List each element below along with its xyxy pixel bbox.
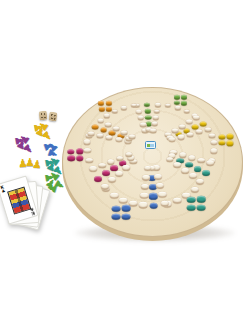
court-card-art xyxy=(7,186,31,214)
board-hole[interactable] xyxy=(142,175,150,181)
board-hole[interactable] xyxy=(89,166,97,172)
board-hole[interactable] xyxy=(97,119,104,124)
peg-yellow[interactable] xyxy=(191,125,198,130)
peg-teal[interactable] xyxy=(202,170,210,176)
peg-teal[interactable] xyxy=(185,162,193,168)
peg-yellow[interactable] xyxy=(200,121,207,126)
board-hole[interactable] xyxy=(175,106,181,111)
board-hole[interactable] xyxy=(131,104,137,109)
board-hole[interactable] xyxy=(139,202,148,209)
peg-teal[interactable] xyxy=(194,166,202,172)
board-hole[interactable] xyxy=(210,149,217,155)
peg-blue[interactable] xyxy=(122,213,131,220)
board-hole[interactable] xyxy=(119,197,128,203)
board-hole[interactable] xyxy=(125,152,132,158)
board-hole[interactable] xyxy=(115,171,123,177)
board-hole[interactable] xyxy=(108,177,116,183)
board-hole[interactable] xyxy=(173,198,182,204)
board-hole[interactable] xyxy=(189,173,197,179)
card-corner-index: K ♣ xyxy=(28,205,35,215)
board-hole[interactable] xyxy=(144,166,152,172)
pawn-purple[interactable]: ♟ xyxy=(21,142,35,156)
board-hole[interactable] xyxy=(205,127,212,132)
peg-orange[interactable] xyxy=(100,128,107,133)
board-hole[interactable] xyxy=(166,157,174,163)
peg-blue[interactable] xyxy=(149,202,158,209)
peg-orange[interactable] xyxy=(98,101,104,106)
peg-green[interactable] xyxy=(181,101,187,106)
peg-orange[interactable] xyxy=(91,125,98,130)
board-hole[interactable] xyxy=(105,123,112,128)
peg-orange[interactable] xyxy=(106,101,112,106)
board-hole[interactable] xyxy=(111,109,117,114)
peg-orange[interactable] xyxy=(105,107,111,112)
board-hole[interactable] xyxy=(197,158,205,164)
peg-blue[interactable] xyxy=(112,213,121,220)
peg-blue[interactable] xyxy=(149,193,158,199)
board-hole[interactable] xyxy=(107,159,115,165)
wooden-die[interactable] xyxy=(49,112,58,121)
board-hole[interactable] xyxy=(179,153,187,159)
board-hole[interactable] xyxy=(103,114,110,119)
peg-green[interactable] xyxy=(144,109,150,114)
board-hole[interactable] xyxy=(206,161,214,167)
peg-blue[interactable] xyxy=(122,205,131,212)
peg-teal[interactable] xyxy=(197,196,206,202)
card-stack[interactable]: K ♣ K ♣ xyxy=(0,176,50,230)
peg-magenta[interactable] xyxy=(102,170,110,176)
peg-green[interactable] xyxy=(145,115,152,120)
pawn-yellow[interactable]: ♟ xyxy=(32,160,43,171)
board-hole[interactable] xyxy=(154,174,162,180)
board-hole[interactable] xyxy=(153,115,160,120)
product-photo-scene: ♟♟♟♟♟♟♟♟♟♟♟♟♟♟♟♟♟♟♟♟♟♟♟ K ♣ K ♣ xyxy=(0,0,246,325)
board-hole[interactable] xyxy=(196,179,204,185)
board-hole[interactable] xyxy=(196,130,203,135)
board-hole[interactable] xyxy=(154,109,160,114)
board-hole[interactable] xyxy=(150,128,157,133)
board-hole[interactable] xyxy=(172,128,179,133)
board-hole[interactable] xyxy=(116,156,124,162)
board-hole[interactable] xyxy=(98,163,106,169)
peg-green[interactable] xyxy=(181,95,187,100)
board-hole[interactable] xyxy=(173,162,181,168)
board-hole[interactable] xyxy=(186,120,193,125)
board-hole[interactable] xyxy=(179,124,186,129)
board-hole[interactable] xyxy=(138,116,145,121)
board-hole[interactable] xyxy=(140,122,147,127)
board-hole[interactable] xyxy=(188,155,196,161)
peg-teal[interactable] xyxy=(187,204,196,211)
board-hole[interactable] xyxy=(120,130,127,135)
board-hole[interactable] xyxy=(85,158,93,164)
board-hole[interactable] xyxy=(113,126,120,131)
brand-logo xyxy=(145,141,156,149)
board-hole[interactable] xyxy=(135,110,141,115)
peg-magenta[interactable] xyxy=(76,148,83,154)
board-hole[interactable] xyxy=(165,104,171,109)
board-hole[interactable] xyxy=(122,165,130,171)
board-hole[interactable] xyxy=(140,193,149,199)
peg-magenta[interactable] xyxy=(68,155,76,161)
peg-magenta[interactable] xyxy=(67,149,74,155)
peg-orange[interactable] xyxy=(98,107,104,112)
board-hole[interactable] xyxy=(155,103,161,108)
board-hole[interactable] xyxy=(84,148,91,154)
card-corner-index: K ♣ xyxy=(0,185,7,195)
peg-green[interactable] xyxy=(174,101,180,106)
board-hole[interactable] xyxy=(151,122,158,127)
peg-teal[interactable] xyxy=(197,205,206,212)
peg-blue[interactable] xyxy=(111,205,120,212)
board-hole[interactable] xyxy=(181,168,189,174)
peg-magenta[interactable] xyxy=(76,156,84,162)
board-hole[interactable] xyxy=(121,106,127,111)
peg-teal[interactable] xyxy=(187,197,196,203)
peg-green[interactable] xyxy=(174,95,180,100)
peg-green[interactable] xyxy=(144,103,150,108)
board-hole[interactable] xyxy=(184,109,190,114)
peg-magenta[interactable] xyxy=(94,176,102,182)
board-hole[interactable] xyxy=(193,115,200,120)
